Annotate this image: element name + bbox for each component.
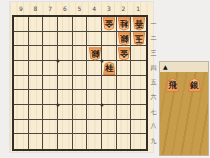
square-5六[interactable] <box>73 90 88 105</box>
square-1五[interactable] <box>131 76 146 91</box>
file-label-5: 5 <box>72 4 87 13</box>
tsume-shogi-widget: 987654321 一二三四五六七八九 金桂香銀玉銀金桂 ▲ 飛銀 <box>0 0 210 158</box>
square-5一[interactable] <box>73 17 88 32</box>
piece-kanji: 銀 <box>88 47 101 58</box>
square-4一[interactable] <box>87 17 102 32</box>
piece-kanji: 金 <box>118 47 131 58</box>
piece-kanji: 銀 <box>188 80 201 91</box>
square-6四[interactable] <box>58 61 73 76</box>
hoshi-dot <box>57 104 60 107</box>
piece-gote-金-2三[interactable]: 金 <box>118 47 131 61</box>
rank-label-1: 一 <box>149 17 158 32</box>
file-label-7: 7 <box>43 4 58 13</box>
square-3七[interactable] <box>102 105 117 120</box>
rank-labels: 一二三四五六七八九 <box>149 17 158 149</box>
file-label-6: 6 <box>58 4 73 13</box>
square-5八[interactable] <box>73 120 88 135</box>
sente-marker-icon: ▲ <box>163 63 168 71</box>
square-1三[interactable] <box>131 46 146 61</box>
square-6五[interactable] <box>58 76 73 91</box>
square-7五[interactable] <box>43 76 58 91</box>
square-1四[interactable] <box>131 61 146 76</box>
square-6一[interactable] <box>58 17 73 32</box>
file-label-8: 8 <box>28 4 43 13</box>
square-2七[interactable] <box>117 105 132 120</box>
rank-label-3: 三 <box>149 46 158 61</box>
file-label-4: 4 <box>87 4 102 13</box>
square-9九[interactable] <box>14 134 29 149</box>
square-8三[interactable] <box>29 46 44 61</box>
square-4八[interactable] <box>87 120 102 135</box>
square-8四[interactable] <box>29 61 44 76</box>
square-6二[interactable] <box>58 32 73 47</box>
rank-label-9: 九 <box>149 134 158 149</box>
square-2八[interactable] <box>117 120 132 135</box>
piece-kanji: 香 <box>132 18 145 29</box>
square-6六[interactable] <box>58 90 73 105</box>
square-8二[interactable] <box>29 32 44 47</box>
square-8五[interactable] <box>29 76 44 91</box>
square-8八[interactable] <box>29 120 44 135</box>
hand-pieces: 飛銀 <box>166 78 204 92</box>
square-4五[interactable] <box>87 76 102 91</box>
square-4四[interactable] <box>87 61 102 76</box>
square-1七[interactable] <box>131 105 146 120</box>
hand-piece-銀[interactable]: 銀 <box>188 78 201 92</box>
rank-label-6: 六 <box>149 90 158 105</box>
shogi-board-grid: 金桂香銀玉銀金桂 <box>12 15 148 151</box>
square-2六[interactable] <box>117 90 132 105</box>
square-5五[interactable] <box>73 76 88 91</box>
square-7八[interactable] <box>43 120 58 135</box>
square-2四[interactable] <box>117 61 132 76</box>
komadai-header: ▲ <box>160 62 208 72</box>
hand-piece-飛[interactable]: 飛 <box>166 78 179 92</box>
square-5四[interactable] <box>73 61 88 76</box>
square-5三[interactable] <box>73 46 88 61</box>
square-6七[interactable] <box>58 105 73 120</box>
square-6九[interactable] <box>58 134 73 149</box>
square-7六[interactable] <box>43 90 58 105</box>
rank-label-2: 二 <box>149 32 158 47</box>
square-7三[interactable] <box>43 46 58 61</box>
piece-kanji: 銀 <box>118 33 131 44</box>
square-3五[interactable] <box>102 76 117 91</box>
komadai-sente: ▲ 飛銀 <box>160 62 208 155</box>
square-1九[interactable] <box>131 134 146 149</box>
square-5七[interactable] <box>73 105 88 120</box>
square-7九[interactable] <box>43 134 58 149</box>
file-labels: 987654321 <box>14 4 146 13</box>
square-7四[interactable] <box>43 61 58 76</box>
square-8九[interactable] <box>29 134 44 149</box>
square-6八[interactable] <box>58 120 73 135</box>
file-label-9: 9 <box>14 4 29 13</box>
square-9八[interactable] <box>14 120 29 135</box>
rank-label-5: 五 <box>149 76 158 91</box>
piece-kanji: 玉 <box>132 33 145 44</box>
rank-label-7: 七 <box>149 105 158 120</box>
square-3九[interactable] <box>102 134 117 149</box>
square-7一[interactable] <box>43 17 58 32</box>
square-4七[interactable] <box>87 105 102 120</box>
piece-kanji: 金 <box>103 18 116 29</box>
square-3三[interactable] <box>102 46 117 61</box>
square-9七[interactable] <box>14 105 29 120</box>
hoshi-dot <box>101 60 104 63</box>
rank-label-4: 四 <box>149 61 158 76</box>
shogi-board: 987654321 一二三四五六七八九 金桂香銀玉銀金桂 <box>10 2 153 152</box>
square-8六[interactable] <box>29 90 44 105</box>
square-9六[interactable] <box>14 90 29 105</box>
square-3二[interactable] <box>102 32 117 47</box>
square-5九[interactable] <box>73 134 88 149</box>
hoshi-dot <box>57 60 60 63</box>
square-8七[interactable] <box>29 105 44 120</box>
square-7七[interactable] <box>43 105 58 120</box>
square-9五[interactable] <box>14 76 29 91</box>
square-2九[interactable] <box>117 134 132 149</box>
square-1八[interactable] <box>131 120 146 135</box>
file-label-3: 3 <box>102 4 117 13</box>
hoshi-dot <box>101 104 104 107</box>
square-5二[interactable] <box>73 32 88 47</box>
square-9一[interactable] <box>14 17 29 32</box>
piece-kanji: 桂 <box>103 64 116 75</box>
square-4九[interactable] <box>87 134 102 149</box>
file-label-1: 1 <box>131 4 146 13</box>
square-6三[interactable] <box>58 46 73 61</box>
square-3六[interactable] <box>102 90 117 105</box>
piece-kanji: 飛 <box>166 80 179 91</box>
square-9二[interactable] <box>14 32 29 47</box>
square-9四[interactable] <box>14 61 29 76</box>
file-label-2: 2 <box>116 4 131 13</box>
square-9三[interactable] <box>14 46 29 61</box>
square-4二[interactable] <box>87 32 102 47</box>
piece-kanji: 桂 <box>118 18 131 29</box>
square-1六[interactable] <box>131 90 146 105</box>
square-2五[interactable] <box>117 76 132 91</box>
square-3八[interactable] <box>102 120 117 135</box>
square-4六[interactable] <box>87 90 102 105</box>
square-7二[interactable] <box>43 32 58 47</box>
rank-label-8: 八 <box>149 120 158 135</box>
square-8一[interactable] <box>29 17 44 32</box>
